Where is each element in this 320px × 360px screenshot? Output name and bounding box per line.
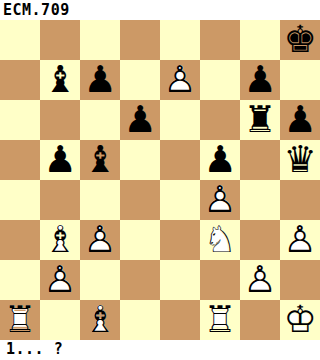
square-d8[interactable] (120, 20, 160, 60)
diagram-title: ECM.709 (3, 1, 70, 20)
white-p-piece-fill: ♟ (40, 259, 80, 299)
black-p-piece: ♟ (40, 139, 80, 179)
white-k-piece: ♔ (280, 299, 320, 339)
square-c8[interactable] (80, 20, 120, 60)
square-f4[interactable]: ♟♙ (200, 180, 240, 220)
black-p-piece: ♟ (80, 59, 120, 99)
white-b-piece-fill: ♝ (80, 299, 120, 339)
black-b-piece: ♝ (40, 59, 80, 99)
white-p-piece: ♙ (40, 259, 80, 299)
white-p-piece: ♙ (200, 179, 240, 219)
square-c1[interactable]: ♝♗ (80, 300, 120, 340)
square-h2[interactable] (280, 260, 320, 300)
square-e2[interactable] (160, 260, 200, 300)
white-p-piece: ♙ (240, 259, 280, 299)
square-b2[interactable]: ♟♙ (40, 260, 80, 300)
square-e1[interactable] (160, 300, 200, 340)
square-d3[interactable] (120, 220, 160, 260)
white-b-piece-fill: ♝ (40, 219, 80, 259)
white-k-piece-fill: ♚ (280, 299, 320, 339)
square-f2[interactable] (200, 260, 240, 300)
white-n-piece-fill: ♞ (200, 219, 240, 259)
square-h1[interactable]: ♚♔ (280, 300, 320, 340)
white-n-piece: ♘ (200, 219, 240, 259)
black-r-piece: ♜ (240, 99, 280, 139)
square-h7[interactable] (280, 60, 320, 100)
white-r-piece: ♖ (0, 299, 40, 339)
square-g5[interactable] (240, 140, 280, 180)
square-f7[interactable] (200, 60, 240, 100)
square-a8[interactable] (0, 20, 40, 60)
white-p-piece-fill: ♟ (200, 179, 240, 219)
white-p-piece: ♙ (280, 219, 320, 259)
square-h5[interactable]: ♛ (280, 140, 320, 180)
square-a3[interactable] (0, 220, 40, 260)
square-b7[interactable]: ♝ (40, 60, 80, 100)
square-b4[interactable] (40, 180, 80, 220)
square-a6[interactable] (0, 100, 40, 140)
square-c6[interactable] (80, 100, 120, 140)
chess-board: ♚♝♟♟♙♟♟♜♟♟♝♟♛♟♙♝♗♟♙♞♘♟♙♟♙♟♙♜♖♝♗♜♖♚♔ (0, 20, 320, 340)
square-b6[interactable] (40, 100, 80, 140)
square-e4[interactable] (160, 180, 200, 220)
black-b-piece: ♝ (80, 139, 120, 179)
white-p-piece-fill: ♟ (240, 259, 280, 299)
square-a1[interactable]: ♜♖ (0, 300, 40, 340)
square-c5[interactable]: ♝ (80, 140, 120, 180)
square-b3[interactable]: ♝♗ (40, 220, 80, 260)
square-c2[interactable] (80, 260, 120, 300)
square-d4[interactable] (120, 180, 160, 220)
square-c3[interactable]: ♟♙ (80, 220, 120, 260)
white-r-piece-fill: ♜ (0, 299, 40, 339)
square-g2[interactable]: ♟♙ (240, 260, 280, 300)
square-g8[interactable] (240, 20, 280, 60)
square-e7[interactable]: ♟♙ (160, 60, 200, 100)
square-a7[interactable] (0, 60, 40, 100)
square-a5[interactable] (0, 140, 40, 180)
square-h4[interactable] (280, 180, 320, 220)
square-f1[interactable]: ♜♖ (200, 300, 240, 340)
black-k-piece: ♚ (280, 19, 320, 59)
white-p-piece: ♙ (80, 219, 120, 259)
square-d1[interactable] (120, 300, 160, 340)
white-p-piece-fill: ♟ (280, 219, 320, 259)
square-h3[interactable]: ♟♙ (280, 220, 320, 260)
square-h8[interactable]: ♚ (280, 20, 320, 60)
square-h6[interactable]: ♟ (280, 100, 320, 140)
white-b-piece: ♗ (80, 299, 120, 339)
white-p-piece-fill: ♟ (80, 219, 120, 259)
square-d6[interactable]: ♟ (120, 100, 160, 140)
square-e6[interactable] (160, 100, 200, 140)
square-c7[interactable]: ♟ (80, 60, 120, 100)
chess-diagram-window: ECM.709 ♚♝♟♟♙♟♟♜♟♟♝♟♛♟♙♝♗♟♙♞♘♟♙♟♙♟♙♜♖♝♗♜… (0, 0, 320, 360)
square-g3[interactable] (240, 220, 280, 260)
square-g1[interactable] (240, 300, 280, 340)
black-p-piece: ♟ (200, 139, 240, 179)
square-g4[interactable] (240, 180, 280, 220)
square-f5[interactable]: ♟ (200, 140, 240, 180)
square-c4[interactable] (80, 180, 120, 220)
move-prompt: 1... ? (6, 340, 63, 360)
square-a4[interactable] (0, 180, 40, 220)
white-b-piece: ♗ (40, 219, 80, 259)
square-d5[interactable] (120, 140, 160, 180)
square-d2[interactable] (120, 260, 160, 300)
black-p-piece: ♟ (240, 59, 280, 99)
square-e3[interactable] (160, 220, 200, 260)
square-b5[interactable]: ♟ (40, 140, 80, 180)
square-g6[interactable]: ♜ (240, 100, 280, 140)
square-g7[interactable]: ♟ (240, 60, 280, 100)
white-p-piece: ♙ (160, 59, 200, 99)
white-r-piece: ♖ (200, 299, 240, 339)
square-e8[interactable] (160, 20, 200, 60)
white-p-piece-fill: ♟ (160, 59, 200, 99)
square-f3[interactable]: ♞♘ (200, 220, 240, 260)
black-q-piece: ♛ (280, 139, 320, 179)
square-f6[interactable] (200, 100, 240, 140)
square-f8[interactable] (200, 20, 240, 60)
square-e5[interactable] (160, 140, 200, 180)
black-p-piece: ♟ (120, 99, 160, 139)
white-r-piece-fill: ♜ (200, 299, 240, 339)
square-b1[interactable] (40, 300, 80, 340)
square-a2[interactable] (0, 260, 40, 300)
black-p-piece: ♟ (280, 99, 320, 139)
square-b8[interactable] (40, 20, 80, 60)
square-d7[interactable] (120, 60, 160, 100)
